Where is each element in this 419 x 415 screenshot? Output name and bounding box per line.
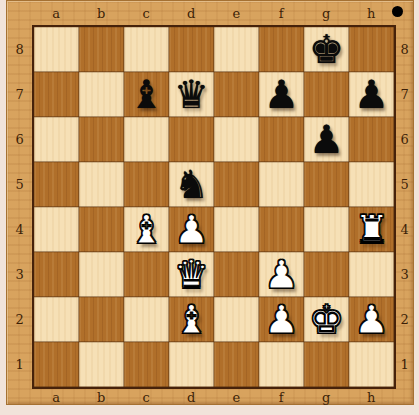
square-d8[interactable]	[169, 27, 214, 72]
square-e2[interactable]	[214, 297, 259, 342]
square-b4[interactable]	[79, 207, 124, 252]
white-bishop[interactable]: ♝	[169, 297, 214, 342]
square-e5[interactable]	[214, 162, 259, 207]
square-c1[interactable]	[124, 342, 169, 387]
rank-label-right-2: 2	[396, 297, 414, 342]
square-f1[interactable]	[259, 342, 304, 387]
square-d6[interactable]	[169, 117, 214, 162]
white-pawn[interactable]: ♟	[259, 297, 304, 342]
square-f3[interactable]: ♟	[259, 252, 304, 297]
square-e4[interactable]	[214, 207, 259, 252]
file-label-bottom-c: c	[124, 387, 169, 407]
rank-label-right-6: 6	[396, 117, 414, 162]
square-b6[interactable]	[79, 117, 124, 162]
square-f2[interactable]: ♟	[259, 297, 304, 342]
black-pawn[interactable]: ♟	[304, 117, 349, 162]
rank-label-right-4: 4	[396, 207, 414, 252]
black-queen[interactable]: ♛	[169, 72, 214, 117]
white-pawn[interactable]: ♟	[349, 297, 394, 342]
chess-board: ♚♝♛♟♟♟♞♝♟♜♛♟♝♟♚♟	[32, 25, 396, 389]
file-label-bottom-g: g	[304, 387, 349, 407]
rank-labels-left: 87654321	[11, 27, 29, 387]
square-a4[interactable]	[34, 207, 79, 252]
file-label-top-g: g	[304, 3, 349, 23]
square-b5[interactable]	[79, 162, 124, 207]
square-h6[interactable]	[349, 117, 394, 162]
white-king[interactable]: ♚	[304, 297, 349, 342]
file-label-top-d: d	[169, 3, 214, 23]
rank-label-left-2: 2	[11, 297, 29, 342]
black-bishop[interactable]: ♝	[124, 72, 169, 117]
square-c5[interactable]	[124, 162, 169, 207]
square-g4[interactable]	[304, 207, 349, 252]
file-labels-bottom: abcdefgh	[34, 387, 394, 407]
square-a6[interactable]	[34, 117, 79, 162]
square-h3[interactable]	[349, 252, 394, 297]
square-h8[interactable]	[349, 27, 394, 72]
square-g5[interactable]	[304, 162, 349, 207]
file-label-bottom-a: a	[34, 387, 79, 407]
file-label-top-a: a	[34, 3, 79, 23]
rank-label-right-1: 1	[396, 342, 414, 387]
black-to-move-indicator	[392, 6, 403, 17]
rank-labels-right: 87654321	[396, 27, 414, 387]
file-label-bottom-h: h	[349, 387, 394, 407]
square-g2[interactable]: ♚	[304, 297, 349, 342]
white-pawn[interactable]: ♟	[259, 252, 304, 297]
rank-label-left-4: 4	[11, 207, 29, 252]
file-label-top-b: b	[79, 3, 124, 23]
rank-label-right-3: 3	[396, 252, 414, 297]
square-g8[interactable]: ♚	[304, 27, 349, 72]
rank-label-left-3: 3	[11, 252, 29, 297]
square-a3[interactable]	[34, 252, 79, 297]
square-d2[interactable]: ♝	[169, 297, 214, 342]
square-h1[interactable]	[349, 342, 394, 387]
square-e8[interactable]	[214, 27, 259, 72]
black-king[interactable]: ♚	[304, 27, 349, 72]
black-pawn[interactable]: ♟	[259, 72, 304, 117]
file-labels-top: abcdefgh	[34, 3, 394, 23]
file-label-bottom-b: b	[79, 387, 124, 407]
rank-label-right-5: 5	[396, 162, 414, 207]
square-e6[interactable]	[214, 117, 259, 162]
square-d1[interactable]	[169, 342, 214, 387]
square-f4[interactable]	[259, 207, 304, 252]
black-pawn[interactable]: ♟	[349, 72, 394, 117]
white-bishop[interactable]: ♝	[124, 207, 169, 252]
square-g7[interactable]	[304, 72, 349, 117]
square-c4[interactable]: ♝	[124, 207, 169, 252]
square-f7[interactable]: ♟	[259, 72, 304, 117]
square-b3[interactable]	[79, 252, 124, 297]
file-label-bottom-f: f	[259, 387, 304, 407]
square-g6[interactable]: ♟	[304, 117, 349, 162]
rank-label-left-1: 1	[11, 342, 29, 387]
square-e7[interactable]	[214, 72, 259, 117]
square-h2[interactable]: ♟	[349, 297, 394, 342]
square-h7[interactable]: ♟	[349, 72, 394, 117]
black-knight[interactable]: ♞	[169, 162, 214, 207]
square-b2[interactable]	[79, 297, 124, 342]
square-h5[interactable]	[349, 162, 394, 207]
file-label-bottom-d: d	[169, 387, 214, 407]
file-label-top-h: h	[349, 3, 394, 23]
square-a5[interactable]	[34, 162, 79, 207]
rank-label-left-8: 8	[11, 27, 29, 72]
square-g1[interactable]	[304, 342, 349, 387]
square-c7[interactable]: ♝	[124, 72, 169, 117]
square-d5[interactable]: ♞	[169, 162, 214, 207]
square-c3[interactable]	[124, 252, 169, 297]
square-a1[interactable]	[34, 342, 79, 387]
square-d4[interactable]: ♟	[169, 207, 214, 252]
square-g3[interactable]	[304, 252, 349, 297]
rank-label-right-7: 7	[396, 72, 414, 117]
board-frame: abcdefgh abcdefgh 87654321 87654321 ♚♝♛♟…	[6, 0, 414, 405]
rank-label-right-8: 8	[396, 27, 414, 72]
square-a7[interactable]	[34, 72, 79, 117]
white-queen[interactable]: ♛	[169, 252, 214, 297]
rank-label-left-5: 5	[11, 162, 29, 207]
square-c6[interactable]	[124, 117, 169, 162]
square-f8[interactable]	[259, 27, 304, 72]
square-e1[interactable]	[214, 342, 259, 387]
white-rook[interactable]: ♜	[349, 207, 394, 252]
square-b8[interactable]	[79, 27, 124, 72]
square-e3[interactable]	[214, 252, 259, 297]
square-f5[interactable]	[259, 162, 304, 207]
square-a2[interactable]	[34, 297, 79, 342]
rank-label-left-6: 6	[11, 117, 29, 162]
square-f6[interactable]	[259, 117, 304, 162]
rank-label-left-7: 7	[11, 72, 29, 117]
square-a8[interactable]	[34, 27, 79, 72]
file-label-top-f: f	[259, 3, 304, 23]
square-d7[interactable]: ♛	[169, 72, 214, 117]
white-pawn[interactable]: ♟	[169, 207, 214, 252]
square-b7[interactable]	[79, 72, 124, 117]
square-c8[interactable]	[124, 27, 169, 72]
square-b1[interactable]	[79, 342, 124, 387]
square-h4[interactable]: ♜	[349, 207, 394, 252]
file-label-bottom-e: e	[214, 387, 259, 407]
square-d3[interactable]: ♛	[169, 252, 214, 297]
square-c2[interactable]	[124, 297, 169, 342]
file-label-top-c: c	[124, 3, 169, 23]
file-label-top-e: e	[214, 3, 259, 23]
